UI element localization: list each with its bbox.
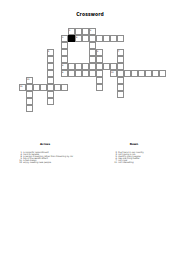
empty-space (96, 42, 103, 49)
empty-space (68, 56, 75, 63)
down-header: Down (113, 142, 155, 145)
empty-space (26, 42, 33, 49)
empty-space (103, 105, 110, 112)
empty-space (19, 70, 26, 77)
clue-item-text: not interesting (118, 161, 133, 164)
empty-space (47, 105, 54, 112)
black-cell (68, 35, 75, 42)
empty-space (82, 105, 89, 112)
empty-space (96, 91, 103, 98)
grid-cell[interactable]: 10 (110, 70, 117, 77)
empty-space (138, 49, 145, 56)
empty-space (19, 77, 26, 84)
empty-space (68, 77, 75, 84)
down-clues-section: Down 2.the friend in our country3.not ha… (113, 142, 180, 185)
clue-item-text: enjoy meeting new people (23, 161, 51, 164)
empty-space (145, 42, 152, 49)
grid-cell[interactable] (138, 70, 145, 77)
empty-space (138, 105, 145, 112)
empty-space (40, 56, 47, 63)
empty-space (26, 63, 33, 70)
empty-space (103, 70, 110, 77)
grid-cell[interactable] (82, 28, 89, 35)
empty-space (159, 98, 166, 105)
empty-space (145, 91, 152, 98)
empty-space (40, 42, 47, 49)
clue-number: 12 (20, 85, 23, 87)
empty-space (75, 105, 82, 112)
empty-space (124, 91, 131, 98)
grid-cell[interactable] (26, 98, 33, 105)
clue-number: 5 (48, 50, 49, 52)
clue-item-number: 11. (113, 162, 118, 164)
empty-space (110, 56, 117, 63)
empty-space (68, 98, 75, 105)
grid-cell[interactable]: 12 (19, 84, 26, 91)
empty-space (26, 70, 33, 77)
grid-cell[interactable] (152, 70, 159, 77)
grid-cell[interactable] (33, 84, 40, 91)
empty-space (82, 56, 89, 63)
empty-space (131, 35, 138, 42)
empty-space (82, 84, 89, 91)
empty-space (68, 84, 75, 91)
empty-space (82, 49, 89, 56)
empty-space (159, 35, 166, 42)
grid-cell[interactable] (131, 70, 138, 77)
grid-cell[interactable] (82, 35, 89, 42)
grid-cell[interactable] (26, 84, 33, 91)
empty-space (159, 56, 166, 63)
grid-cell[interactable] (89, 35, 96, 42)
grid-cell[interactable] (47, 63, 54, 70)
grid-cell[interactable]: 5 (47, 49, 54, 56)
empty-space (75, 84, 82, 91)
empty-space (131, 84, 138, 91)
empty-space (47, 42, 54, 49)
clue-item: 11.not interesting (113, 162, 155, 164)
empty-space (33, 42, 40, 49)
empty-space (40, 35, 47, 42)
empty-space (117, 105, 124, 112)
grid-cell[interactable]: 11 (26, 77, 33, 84)
empty-space (54, 49, 61, 56)
empty-space (131, 63, 138, 70)
empty-space (89, 91, 96, 98)
grid-cell[interactable] (145, 70, 152, 77)
empty-space (33, 105, 40, 112)
grid-cell[interactable] (117, 70, 124, 77)
grid-cell[interactable]: 1 (68, 28, 75, 35)
grid-cell[interactable] (96, 56, 103, 63)
empty-space (40, 70, 47, 77)
empty-space (138, 42, 145, 49)
empty-space (110, 91, 117, 98)
empty-space (138, 98, 145, 105)
clue-number: 7 (118, 50, 119, 52)
empty-space (89, 77, 96, 84)
empty-space (40, 91, 47, 98)
empty-space (96, 98, 103, 105)
empty-space (33, 63, 40, 70)
empty-space (54, 28, 61, 35)
empty-space (138, 28, 145, 35)
empty-space (152, 42, 159, 49)
grid-cell[interactable] (54, 84, 61, 91)
empty-space (54, 98, 61, 105)
grid-cell[interactable]: 7 (117, 49, 124, 56)
empty-space (82, 77, 89, 84)
clue-number: 9 (62, 71, 63, 73)
clue-item-number: 12. (18, 162, 23, 164)
grid-cell[interactable] (89, 49, 96, 56)
empty-space (117, 98, 124, 105)
grid-cell[interactable] (96, 84, 103, 91)
empty-space (19, 28, 26, 35)
clue-number: 3 (62, 36, 63, 38)
grid-cell[interactable] (47, 56, 54, 63)
empty-space (54, 56, 61, 63)
grid-cell[interactable] (26, 105, 33, 112)
empty-space (110, 84, 117, 91)
empty-space (61, 98, 68, 105)
empty-space (152, 35, 159, 42)
empty-space (103, 77, 110, 84)
worksheet-page: Crossword 123456789101112 Across 1.a rom… (0, 0, 180, 256)
empty-space (159, 105, 166, 112)
empty-space (82, 42, 89, 49)
empty-space (103, 28, 110, 35)
empty-space (152, 77, 159, 84)
grid-cell[interactable] (124, 70, 131, 77)
grid-cell[interactable] (47, 98, 54, 105)
empty-space (145, 28, 152, 35)
empty-space (47, 28, 54, 35)
empty-space (26, 49, 33, 56)
empty-space (131, 77, 138, 84)
across-clues-section: Across 1.a romantic appointment4.hard to… (18, 142, 126, 185)
grid-cell[interactable]: 2 (89, 28, 96, 35)
empty-space (110, 105, 117, 112)
empty-space (47, 35, 54, 42)
grid-cell[interactable] (117, 35, 124, 42)
empty-space (75, 77, 82, 84)
empty-space (124, 84, 131, 91)
empty-space (138, 84, 145, 91)
empty-space (110, 77, 117, 84)
grid-cell[interactable] (47, 70, 54, 77)
empty-space (131, 56, 138, 63)
empty-space (19, 49, 26, 56)
empty-space (19, 91, 26, 98)
grid-cell[interactable] (117, 77, 124, 84)
grid-cell[interactable] (103, 35, 110, 42)
empty-space (103, 49, 110, 56)
empty-space (145, 77, 152, 84)
empty-space (54, 77, 61, 84)
empty-space (54, 70, 61, 77)
grid-cell[interactable] (110, 63, 117, 70)
empty-space (152, 98, 159, 105)
grid-cell[interactable] (61, 42, 68, 49)
empty-space (89, 84, 96, 91)
empty-space (75, 98, 82, 105)
grid-cell[interactable]: 4 (75, 35, 82, 42)
puzzle-title: Crossword (0, 12, 180, 17)
empty-space (138, 63, 145, 70)
empty-space (159, 42, 166, 49)
clue-number: 1 (69, 29, 70, 31)
empty-space (152, 105, 159, 112)
empty-space (103, 84, 110, 91)
empty-space (40, 63, 47, 70)
grid-cell[interactable] (89, 63, 96, 70)
empty-space (124, 56, 131, 63)
empty-space (40, 49, 47, 56)
empty-space (103, 98, 110, 105)
empty-space (138, 56, 145, 63)
empty-space (68, 49, 75, 56)
empty-space (19, 63, 26, 70)
empty-space (145, 105, 152, 112)
grid-cell[interactable] (26, 91, 33, 98)
empty-space (138, 91, 145, 98)
empty-space (152, 28, 159, 35)
grid-cell[interactable] (47, 84, 54, 91)
empty-space (33, 98, 40, 105)
empty-space (159, 77, 166, 84)
empty-space (159, 63, 166, 70)
empty-space (124, 63, 131, 70)
empty-space (61, 28, 68, 35)
empty-space (54, 63, 61, 70)
empty-space (152, 84, 159, 91)
empty-space (145, 84, 152, 91)
grid-cell[interactable] (82, 63, 89, 70)
empty-space (124, 105, 131, 112)
empty-space (19, 98, 26, 105)
grid-cell[interactable] (47, 77, 54, 84)
empty-space (110, 49, 117, 56)
empty-space (19, 105, 26, 112)
grid-cell[interactable] (117, 56, 124, 63)
empty-space (40, 28, 47, 35)
empty-space (33, 77, 40, 84)
empty-space (110, 28, 117, 35)
grid-cell[interactable] (89, 42, 96, 49)
clue-number: 8 (62, 64, 63, 66)
empty-space (54, 105, 61, 112)
empty-space (40, 77, 47, 84)
empty-space (124, 28, 131, 35)
empty-space (75, 56, 82, 63)
grid-cell[interactable] (47, 91, 54, 98)
grid-cell[interactable] (68, 70, 75, 77)
empty-space (152, 49, 159, 56)
empty-space (131, 98, 138, 105)
clue-number: 11 (27, 78, 30, 80)
empty-space (145, 49, 152, 56)
empty-space (159, 49, 166, 56)
empty-space (131, 42, 138, 49)
empty-space (61, 77, 68, 84)
grid-cell[interactable] (96, 63, 103, 70)
empty-space (19, 42, 26, 49)
across-header: Across (18, 142, 72, 145)
empty-space (152, 63, 159, 70)
empty-space (33, 56, 40, 63)
grid-cell[interactable] (96, 77, 103, 84)
grid-cell[interactable] (61, 56, 68, 63)
empty-space (75, 42, 82, 49)
empty-space (61, 91, 68, 98)
empty-space (103, 91, 110, 98)
empty-space (82, 98, 89, 105)
empty-space (124, 98, 131, 105)
grid-cell[interactable] (117, 84, 124, 91)
empty-space (145, 63, 152, 70)
empty-space (68, 91, 75, 98)
grid-cell[interactable] (75, 28, 82, 35)
empty-space (26, 35, 33, 42)
clue-item: 12.enjoy meeting new people (18, 162, 72, 164)
empty-space (159, 28, 166, 35)
crossword-grid: 123456789101112 (19, 28, 166, 112)
empty-space (89, 105, 96, 112)
empty-space (89, 98, 96, 105)
empty-space (54, 42, 61, 49)
grid-cell[interactable] (89, 70, 96, 77)
empty-space (138, 35, 145, 42)
across-clue-list: 1.a romantic appointment4.hard to believ… (18, 151, 72, 164)
clue-number: 10 (111, 71, 114, 73)
grid-cell[interactable]: 8 (61, 63, 68, 70)
clue-number: 6 (97, 50, 98, 52)
empty-space (117, 28, 124, 35)
empty-space (75, 91, 82, 98)
empty-space (124, 77, 131, 84)
empty-space (61, 105, 68, 112)
grid-cell[interactable] (159, 70, 166, 77)
grid-cell[interactable] (61, 84, 68, 91)
empty-space (110, 98, 117, 105)
grid-cell[interactable] (75, 70, 82, 77)
empty-space (159, 84, 166, 91)
empty-space (131, 91, 138, 98)
empty-space (68, 42, 75, 49)
empty-space (103, 56, 110, 63)
empty-space (33, 28, 40, 35)
grid-cell[interactable] (96, 35, 103, 42)
grid-cell[interactable]: 6 (96, 49, 103, 56)
empty-space (40, 98, 47, 105)
empty-space (40, 105, 47, 112)
empty-space (124, 42, 131, 49)
empty-space (54, 91, 61, 98)
empty-space (33, 70, 40, 77)
empty-space (68, 105, 75, 112)
clue-number: 4 (76, 36, 77, 38)
empty-space (124, 35, 131, 42)
empty-space (82, 91, 89, 98)
empty-space (159, 91, 166, 98)
empty-space (33, 35, 40, 42)
empty-space (33, 91, 40, 98)
clue-number: 2 (90, 29, 91, 31)
empty-space (54, 35, 61, 42)
empty-space (152, 91, 159, 98)
empty-space (103, 42, 110, 49)
empty-space (117, 42, 124, 49)
grid-cell[interactable] (110, 35, 117, 42)
grid-cell[interactable]: 3 (61, 35, 68, 42)
grid-cell[interactable] (103, 63, 110, 70)
grid-cell[interactable]: 9 (61, 70, 68, 77)
grid-cell[interactable] (82, 70, 89, 77)
grid-cell[interactable] (68, 63, 75, 70)
empty-space (131, 49, 138, 56)
grid-cell[interactable] (117, 63, 124, 70)
empty-space (110, 42, 117, 49)
empty-space (96, 105, 103, 112)
down-clue-list: 2.the friend in our country3.not having … (113, 151, 155, 164)
empty-space (152, 56, 159, 63)
empty-space (124, 49, 131, 56)
empty-space (33, 49, 40, 56)
grid-cell[interactable] (61, 49, 68, 56)
empty-space (96, 28, 103, 35)
grid-cell[interactable] (89, 56, 96, 63)
empty-space (75, 49, 82, 56)
grid-cell[interactable] (96, 70, 103, 77)
empty-space (138, 77, 145, 84)
empty-space (19, 56, 26, 63)
grid-cell[interactable] (117, 91, 124, 98)
empty-space (19, 35, 26, 42)
empty-space (131, 105, 138, 112)
empty-space (145, 98, 152, 105)
empty-space (131, 28, 138, 35)
grid-cell[interactable] (40, 84, 47, 91)
empty-space (26, 28, 33, 35)
empty-space (145, 35, 152, 42)
empty-space (145, 56, 152, 63)
empty-space (26, 56, 33, 63)
grid-cell[interactable] (75, 63, 82, 70)
